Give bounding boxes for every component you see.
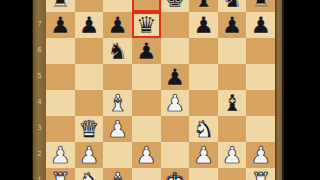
square-c7[interactable]: ♟ [103, 12, 132, 38]
rank-label-7: 7 [33, 20, 46, 29]
square-f2[interactable]: ♟ [189, 142, 218, 168]
rank-label-2: 2 [33, 150, 46, 159]
white-rook-icon: ♜ [246, 168, 275, 180]
rank-label-8: 8 [33, 0, 46, 3]
black-knight-icon: ♞ [103, 38, 132, 64]
square-c1[interactable]: ♝ [103, 168, 132, 180]
rank-label-6: 6 [33, 46, 46, 55]
square-b8[interactable] [75, 0, 104, 12]
square-h2[interactable]: ♟ [246, 142, 275, 168]
square-b7[interactable]: ♟ [75, 12, 104, 38]
square-g8[interactable]: ♞ [218, 0, 247, 12]
white-pawn-icon: ♟ [46, 142, 75, 168]
square-c8[interactable] [103, 0, 132, 12]
rank-label-5: 5 [33, 72, 46, 81]
black-queen-icon: ♛ [132, 12, 161, 38]
square-g2[interactable]: ♟ [218, 142, 247, 168]
square-a3[interactable] [46, 116, 75, 142]
square-f4[interactable] [189, 90, 218, 116]
chess-board: ♜♚♝♞♜♟♟♟♛♟♟♟♞♟♟♝♟♝♛♟♞♟♟♟♟♟♟♜♞♝♚♜ [46, 0, 275, 180]
square-f7[interactable]: ♟ [189, 12, 218, 38]
white-queen-icon: ♛ [75, 116, 104, 142]
square-c3[interactable]: ♟ [103, 116, 132, 142]
square-d5[interactable] [132, 64, 161, 90]
square-d1[interactable] [132, 168, 161, 180]
black-king-icon: ♚ [161, 0, 190, 12]
square-e4[interactable]: ♟ [161, 90, 190, 116]
square-a7[interactable]: ♟ [46, 12, 75, 38]
square-a1[interactable]: ♜ [46, 168, 75, 180]
square-h1[interactable]: ♜ [246, 168, 275, 180]
black-pawn-icon: ♟ [246, 12, 275, 38]
square-d4[interactable] [132, 90, 161, 116]
black-pawn-icon: ♟ [132, 38, 161, 64]
square-f5[interactable] [189, 64, 218, 90]
square-g3[interactable] [218, 116, 247, 142]
square-e8[interactable]: ♚ [161, 0, 190, 12]
white-pawn-icon: ♟ [161, 90, 190, 116]
square-e1[interactable]: ♚ [161, 168, 190, 180]
square-b3[interactable]: ♛ [75, 116, 104, 142]
black-pawn-icon: ♟ [161, 64, 190, 90]
square-e2[interactable] [161, 142, 190, 168]
square-d6[interactable]: ♟ [132, 38, 161, 64]
square-b1[interactable]: ♞ [75, 168, 104, 180]
square-e6[interactable] [161, 38, 190, 64]
square-d8[interactable] [132, 0, 161, 12]
square-f1[interactable] [189, 168, 218, 180]
square-b4[interactable] [75, 90, 104, 116]
square-c2[interactable] [103, 142, 132, 168]
black-pawn-icon: ♟ [46, 12, 75, 38]
square-h4[interactable] [246, 90, 275, 116]
square-e3[interactable] [161, 116, 190, 142]
square-a8[interactable]: ♜ [46, 0, 75, 12]
square-b5[interactable] [75, 64, 104, 90]
black-bishop-icon: ♝ [189, 0, 218, 12]
square-f6[interactable] [189, 38, 218, 64]
black-bishop-icon: ♝ [218, 90, 247, 116]
black-rook-icon: ♜ [246, 0, 275, 12]
square-g1[interactable] [218, 168, 247, 180]
square-h8[interactable]: ♜ [246, 0, 275, 12]
square-g5[interactable] [218, 64, 247, 90]
white-knight-icon: ♞ [75, 168, 104, 180]
square-c6[interactable]: ♞ [103, 38, 132, 64]
white-bishop-icon: ♝ [103, 168, 132, 180]
white-pawn-icon: ♟ [103, 116, 132, 142]
square-b6[interactable] [75, 38, 104, 64]
square-d3[interactable] [132, 116, 161, 142]
chess-video-frame: 87654321 ♜♚♝♞♜♟♟♟♛♟♟♟♞♟♟♝♟♝♛♟♞♟♟♟♟♟♟♜♞♝♚… [0, 0, 320, 180]
white-king-icon: ♚ [161, 168, 190, 180]
square-g6[interactable] [218, 38, 247, 64]
white-knight-icon: ♞ [189, 116, 218, 142]
square-h6[interactable] [246, 38, 275, 64]
square-d2[interactable]: ♟ [132, 142, 161, 168]
square-h5[interactable] [246, 64, 275, 90]
square-a5[interactable] [46, 64, 75, 90]
black-pawn-icon: ♟ [103, 12, 132, 38]
white-pawn-icon: ♟ [246, 142, 275, 168]
square-e7[interactable] [161, 12, 190, 38]
square-a6[interactable] [46, 38, 75, 64]
square-g7[interactable]: ♟ [218, 12, 247, 38]
white-pawn-icon: ♟ [132, 142, 161, 168]
black-pawn-icon: ♟ [75, 12, 104, 38]
white-pawn-icon: ♟ [75, 142, 104, 168]
square-e5[interactable]: ♟ [161, 64, 190, 90]
square-h7[interactable]: ♟ [246, 12, 275, 38]
white-rook-icon: ♜ [46, 168, 75, 180]
square-b2[interactable]: ♟ [75, 142, 104, 168]
board-right-border [275, 0, 284, 180]
black-pawn-icon: ♟ [218, 12, 247, 38]
square-d7[interactable]: ♛ [132, 12, 161, 38]
white-pawn-icon: ♟ [189, 142, 218, 168]
square-h3[interactable] [246, 116, 275, 142]
square-g4[interactable]: ♝ [218, 90, 247, 116]
rank-label-4: 4 [33, 98, 46, 107]
rank-label-3: 3 [33, 124, 46, 133]
square-a2[interactable]: ♟ [46, 142, 75, 168]
black-rook-icon: ♜ [46, 0, 75, 12]
square-c5[interactable] [103, 64, 132, 90]
black-pawn-icon: ♟ [189, 12, 218, 38]
rank-label-1: 1 [33, 176, 46, 180]
square-c4[interactable]: ♝ [103, 90, 132, 116]
white-pawn-icon: ♟ [218, 142, 247, 168]
black-knight-icon: ♞ [218, 0, 247, 12]
white-bishop-icon: ♝ [103, 90, 132, 116]
square-f8[interactable]: ♝ [189, 0, 218, 12]
square-f3[interactable]: ♞ [189, 116, 218, 142]
square-a4[interactable] [46, 90, 75, 116]
